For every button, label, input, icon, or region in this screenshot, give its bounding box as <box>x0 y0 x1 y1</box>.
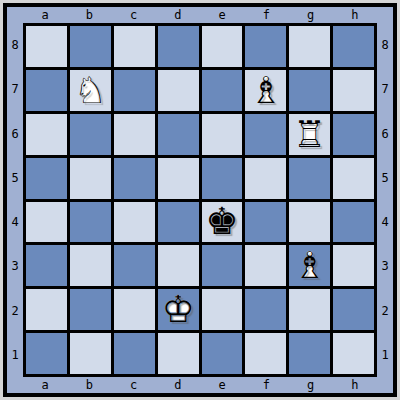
square-g8[interactable] <box>289 26 330 67</box>
file-label-g: g <box>289 7 333 23</box>
square-f1[interactable] <box>245 333 286 374</box>
square-b1[interactable] <box>70 333 111 374</box>
square-d6[interactable] <box>158 114 199 155</box>
board-frame: abcdefgh 87654321 ♞♘♝♗♜♖♚♝♗♚♔ 87654321 a… <box>3 3 397 397</box>
file-label-d: d <box>156 377 200 393</box>
white-bishop[interactable]: ♝♗ <box>246 70 286 110</box>
board-coordinate-mat: abcdefgh 87654321 ♞♘♝♗♜♖♚♝♗♚♔ 87654321 a… <box>7 7 393 393</box>
label-corner-spacer <box>7 377 23 393</box>
piece-outline: ♖ <box>290 114 330 154</box>
square-g7[interactable] <box>289 70 330 111</box>
rank-label-2: 2 <box>7 289 23 333</box>
file-label-c: c <box>112 7 156 23</box>
white-king[interactable]: ♚♔ <box>158 290 198 330</box>
square-e8[interactable] <box>202 26 243 67</box>
file-labels-top: abcdefgh <box>7 7 393 23</box>
square-g5[interactable] <box>289 158 330 199</box>
square-h1[interactable] <box>333 333 374 374</box>
label-corner-spacer <box>377 7 393 23</box>
file-label-e: e <box>200 377 244 393</box>
file-labels-bottom: abcdefgh <box>7 377 393 393</box>
rank-label-1: 1 <box>377 333 393 377</box>
square-c7[interactable] <box>114 70 155 111</box>
square-f3[interactable] <box>245 245 286 286</box>
square-b4[interactable] <box>70 202 111 243</box>
rank-label-5: 5 <box>377 156 393 200</box>
board-middle-band: 87654321 ♞♘♝♗♜♖♚♝♗♚♔ 87654321 <box>7 23 393 377</box>
file-label-b: b <box>67 7 111 23</box>
square-h4[interactable] <box>333 202 374 243</box>
rank-label-1: 1 <box>7 333 23 377</box>
square-g1[interactable] <box>289 333 330 374</box>
square-f4[interactable] <box>245 202 286 243</box>
rank-label-6: 6 <box>377 112 393 156</box>
piece-outline: ♗ <box>290 246 330 286</box>
file-label-h: h <box>333 377 377 393</box>
square-h7[interactable] <box>333 70 374 111</box>
square-g6[interactable]: ♜♖ <box>289 114 330 155</box>
square-a5[interactable] <box>26 158 67 199</box>
square-c8[interactable] <box>114 26 155 67</box>
rank-labels-left: 87654321 <box>7 23 23 377</box>
file-label-e: e <box>200 7 244 23</box>
square-g4[interactable] <box>289 202 330 243</box>
rank-label-2: 2 <box>377 289 393 333</box>
rank-labels-right: 87654321 <box>377 23 393 377</box>
rank-label-6: 6 <box>7 112 23 156</box>
square-a6[interactable] <box>26 114 67 155</box>
square-e7[interactable] <box>202 70 243 111</box>
rank-label-8: 8 <box>377 23 393 67</box>
square-a3[interactable] <box>26 245 67 286</box>
square-a2[interactable] <box>26 289 67 330</box>
square-c3[interactable] <box>114 245 155 286</box>
square-f8[interactable] <box>245 26 286 67</box>
square-a7[interactable] <box>26 70 67 111</box>
chess-board: ♞♘♝♗♜♖♚♝♗♚♔ <box>23 23 377 377</box>
square-h6[interactable] <box>333 114 374 155</box>
square-e2[interactable] <box>202 289 243 330</box>
rank-label-7: 7 <box>7 67 23 111</box>
file-label-c: c <box>112 377 156 393</box>
white-bishop[interactable]: ♝♗ <box>290 246 330 286</box>
square-a8[interactable] <box>26 26 67 67</box>
square-h8[interactable] <box>333 26 374 67</box>
square-b3[interactable] <box>70 245 111 286</box>
piece-outline: ♔ <box>158 290 198 330</box>
square-f5[interactable] <box>245 158 286 199</box>
file-label-a: a <box>23 7 67 23</box>
square-b7[interactable]: ♞♘ <box>70 70 111 111</box>
square-b8[interactable] <box>70 26 111 67</box>
rank-label-4: 4 <box>7 200 23 244</box>
white-knight[interactable]: ♞♘ <box>70 70 110 110</box>
label-corner-spacer <box>7 7 23 23</box>
square-d1[interactable] <box>158 333 199 374</box>
file-label-f: f <box>244 377 288 393</box>
square-a1[interactable] <box>26 333 67 374</box>
square-c1[interactable] <box>114 333 155 374</box>
square-b6[interactable] <box>70 114 111 155</box>
square-d3[interactable] <box>158 245 199 286</box>
black-king[interactable]: ♚ <box>202 202 242 242</box>
square-e4[interactable]: ♚ <box>202 202 243 243</box>
file-label-a: a <box>23 377 67 393</box>
file-label-b: b <box>67 377 111 393</box>
square-b5[interactable] <box>70 158 111 199</box>
square-h3[interactable] <box>333 245 374 286</box>
rank-label-3: 3 <box>377 244 393 288</box>
square-e1[interactable] <box>202 333 243 374</box>
square-f6[interactable] <box>245 114 286 155</box>
file-label-g: g <box>289 377 333 393</box>
piece-outline: ♘ <box>70 70 110 110</box>
rank-label-5: 5 <box>7 156 23 200</box>
file-label-f: f <box>244 7 288 23</box>
square-d7[interactable] <box>158 70 199 111</box>
square-f7[interactable]: ♝♗ <box>245 70 286 111</box>
square-c5[interactable] <box>114 158 155 199</box>
square-b2[interactable] <box>70 289 111 330</box>
square-d2[interactable]: ♚♔ <box>158 289 199 330</box>
square-f2[interactable] <box>245 289 286 330</box>
square-g3[interactable]: ♝♗ <box>289 245 330 286</box>
square-h2[interactable] <box>333 289 374 330</box>
piece-outline: ♗ <box>246 70 286 110</box>
label-corner-spacer <box>377 377 393 393</box>
chessboard-diagram: abcdefgh 87654321 ♞♘♝♗♜♖♚♝♗♚♔ 87654321 a… <box>0 0 400 400</box>
square-e5[interactable] <box>202 158 243 199</box>
square-e3[interactable] <box>202 245 243 286</box>
square-c6[interactable] <box>114 114 155 155</box>
square-d8[interactable] <box>158 26 199 67</box>
square-h5[interactable] <box>333 158 374 199</box>
square-g2[interactable] <box>289 289 330 330</box>
rank-label-4: 4 <box>377 200 393 244</box>
file-label-d: d <box>156 7 200 23</box>
rank-label-8: 8 <box>7 23 23 67</box>
square-d4[interactable] <box>158 202 199 243</box>
rank-label-7: 7 <box>377 67 393 111</box>
square-c2[interactable] <box>114 289 155 330</box>
file-label-h: h <box>333 7 377 23</box>
white-rook[interactable]: ♜♖ <box>290 114 330 154</box>
piece-glyph: ♚ <box>202 202 242 242</box>
rank-label-3: 3 <box>7 244 23 288</box>
square-a4[interactable] <box>26 202 67 243</box>
square-c4[interactable] <box>114 202 155 243</box>
square-e6[interactable] <box>202 114 243 155</box>
square-d5[interactable] <box>158 158 199 199</box>
